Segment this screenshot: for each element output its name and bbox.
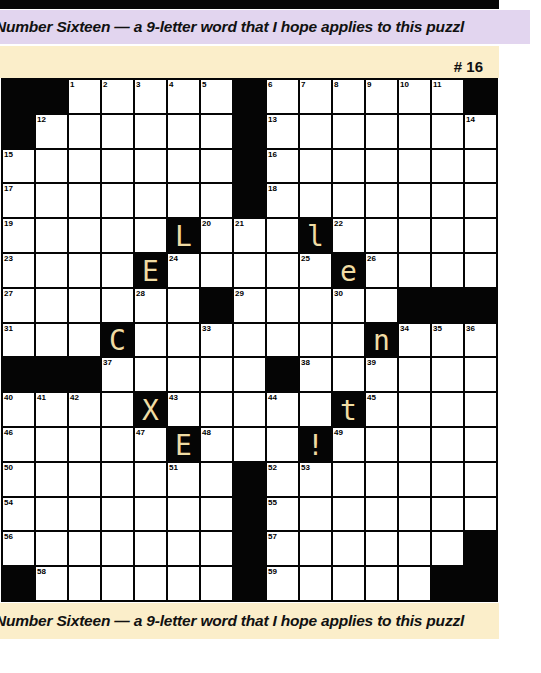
- white-cell[interactable]: [267, 254, 298, 287]
- clue-number: 49: [334, 428, 343, 437]
- black-cell: [465, 80, 496, 113]
- white-cell[interactable]: [399, 498, 430, 531]
- black-cell: [36, 80, 67, 113]
- white-cell[interactable]: 43: [168, 393, 199, 426]
- white-cell[interactable]: 2: [102, 80, 133, 113]
- clue-number: 43: [169, 393, 178, 402]
- white-cell[interactable]: [432, 115, 463, 148]
- white-cell[interactable]: [234, 358, 265, 391]
- white-cell[interactable]: 58: [36, 567, 67, 600]
- black-cell: [465, 532, 496, 565]
- black-cell: [432, 289, 463, 322]
- white-cell[interactable]: [36, 254, 67, 287]
- clue-number: 2: [103, 80, 107, 89]
- white-cell[interactable]: [135, 567, 166, 600]
- white-cell[interactable]: [333, 115, 364, 148]
- clue-number: 12: [37, 115, 46, 124]
- white-cell[interactable]: [300, 115, 331, 148]
- puzzle-title-bottom: Number Sixteen — a 9-letter word that I …: [0, 612, 464, 630]
- clue-number: 17: [4, 184, 13, 193]
- black-cell: [3, 115, 34, 148]
- white-cell[interactable]: [168, 150, 199, 183]
- theme-letter: L: [175, 220, 192, 251]
- black-cell: [201, 289, 232, 322]
- white-cell[interactable]: 17: [3, 184, 34, 217]
- theme-letter: E: [142, 255, 159, 286]
- white-cell[interactable]: [201, 393, 232, 426]
- white-cell[interactable]: [168, 289, 199, 322]
- white-cell[interactable]: [267, 428, 298, 461]
- black-cell: [3, 567, 34, 600]
- clue-number: 21: [235, 219, 244, 228]
- black-cell: [3, 358, 34, 391]
- white-cell[interactable]: [201, 184, 232, 217]
- white-cell[interactable]: 19: [3, 219, 34, 252]
- white-cell[interactable]: [432, 150, 463, 183]
- white-cell[interactable]: [135, 324, 166, 357]
- white-cell[interactable]: [465, 358, 496, 391]
- white-cell[interactable]: 54: [3, 498, 34, 531]
- white-cell[interactable]: [399, 254, 430, 287]
- white-cell[interactable]: 42: [69, 393, 100, 426]
- clue-number: 42: [70, 393, 79, 402]
- clue-number: 15: [4, 150, 13, 159]
- black-cell: [3, 80, 34, 113]
- white-cell[interactable]: [432, 184, 463, 217]
- white-cell[interactable]: [135, 184, 166, 217]
- white-cell[interactable]: [366, 532, 397, 565]
- theme-letter: n: [373, 324, 390, 355]
- white-cell[interactable]: 20: [201, 219, 232, 252]
- white-cell[interactable]: [36, 150, 67, 183]
- white-cell[interactable]: [333, 498, 364, 531]
- clue-number: 24: [169, 254, 178, 263]
- white-cell[interactable]: 57: [267, 532, 298, 565]
- black-cell: [234, 80, 265, 113]
- white-cell[interactable]: [69, 567, 100, 600]
- clue-number: 19: [4, 219, 13, 228]
- clue-number: 27: [4, 289, 13, 298]
- white-cell[interactable]: [366, 428, 397, 461]
- clue-number: 14: [466, 115, 475, 124]
- white-cell[interactable]: 26: [366, 254, 397, 287]
- clue-number: 9: [367, 80, 371, 89]
- white-cell[interactable]: [102, 289, 133, 322]
- title-banner-top: Number Sixteen — a 9-letter word that I …: [0, 10, 530, 44]
- clue-number: 13: [268, 115, 277, 124]
- black-cell: [399, 289, 430, 322]
- crossword-grid[interactable]: 12345678910111213141516171819L2021l2223E…: [1, 78, 498, 602]
- white-cell[interactable]: [168, 184, 199, 217]
- theme-letter: !: [307, 429, 324, 460]
- white-cell[interactable]: 24: [168, 254, 199, 287]
- white-cell[interactable]: [366, 219, 397, 252]
- black-cell: [267, 358, 298, 391]
- puzzle-title-top: Number Sixteen — a 9-letter word that I …: [0, 18, 464, 36]
- white-cell[interactable]: [234, 393, 265, 426]
- white-cell[interactable]: [333, 150, 364, 183]
- white-cell[interactable]: [300, 289, 331, 322]
- black-cell: [36, 358, 67, 391]
- white-cell[interactable]: 15: [3, 150, 34, 183]
- white-cell[interactable]: 49: [333, 428, 364, 461]
- white-cell[interactable]: [69, 150, 100, 183]
- white-cell[interactable]: [201, 498, 232, 531]
- white-cell[interactable]: [399, 532, 430, 565]
- white-cell[interactable]: 36: [465, 324, 496, 357]
- white-cell[interactable]: [399, 393, 430, 426]
- white-cell[interactable]: [36, 219, 67, 252]
- white-cell[interactable]: 37: [102, 358, 133, 391]
- black-cell: [432, 567, 463, 600]
- white-cell[interactable]: [234, 254, 265, 287]
- clue-number: 5: [202, 80, 206, 89]
- clue-number: 31: [4, 324, 13, 333]
- white-cell[interactable]: [201, 532, 232, 565]
- clue-number: 57: [268, 532, 277, 541]
- white-cell[interactable]: [168, 115, 199, 148]
- white-cell[interactable]: [102, 532, 133, 565]
- clue-number: 40: [4, 393, 13, 402]
- theme-letter-cell: t: [333, 393, 364, 426]
- black-cell: [234, 498, 265, 531]
- clue-number: 4: [169, 80, 173, 89]
- white-cell[interactable]: [135, 358, 166, 391]
- white-cell[interactable]: [36, 532, 67, 565]
- white-cell[interactable]: [465, 428, 496, 461]
- white-cell[interactable]: [333, 532, 364, 565]
- white-cell[interactable]: [432, 393, 463, 426]
- theme-letter: t: [340, 394, 357, 425]
- white-cell[interactable]: 10: [399, 80, 430, 113]
- white-cell[interactable]: [102, 498, 133, 531]
- clue-number: 46: [4, 428, 13, 437]
- white-cell[interactable]: [300, 393, 331, 426]
- white-cell[interactable]: [69, 463, 100, 496]
- white-cell[interactable]: [168, 324, 199, 357]
- white-cell[interactable]: [135, 532, 166, 565]
- white-cell[interactable]: 4: [168, 80, 199, 113]
- white-cell[interactable]: [102, 219, 133, 252]
- white-cell[interactable]: [135, 219, 166, 252]
- white-cell[interactable]: [333, 324, 364, 357]
- white-cell[interactable]: [465, 498, 496, 531]
- white-cell[interactable]: [168, 567, 199, 600]
- white-cell[interactable]: [300, 150, 331, 183]
- white-cell[interactable]: [465, 463, 496, 496]
- white-cell[interactable]: [69, 115, 100, 148]
- clue-number: 8: [334, 80, 338, 89]
- white-cell[interactable]: [36, 184, 67, 217]
- white-cell[interactable]: [465, 150, 496, 183]
- white-cell[interactable]: [69, 428, 100, 461]
- clue-number: 11: [433, 80, 441, 89]
- black-cell: [69, 358, 100, 391]
- clue-number: 30: [334, 289, 343, 298]
- white-cell[interactable]: [300, 567, 331, 600]
- white-cell[interactable]: 46: [3, 428, 34, 461]
- white-cell[interactable]: [465, 254, 496, 287]
- clue-number: 22: [334, 219, 343, 228]
- white-cell[interactable]: 29: [234, 289, 265, 322]
- theme-letter-cell: n: [366, 324, 397, 357]
- white-cell[interactable]: [234, 428, 265, 461]
- clue-number: 56: [4, 532, 13, 541]
- white-cell[interactable]: 3: [135, 80, 166, 113]
- white-cell[interactable]: 38: [300, 358, 331, 391]
- white-cell[interactable]: [300, 324, 331, 357]
- theme-letter-cell: L: [168, 219, 199, 252]
- white-cell[interactable]: [300, 532, 331, 565]
- white-cell[interactable]: 59: [267, 567, 298, 600]
- crossword-page: Number Sixteen — a 9-letter word that I …: [0, 0, 541, 673]
- white-cell[interactable]: 35: [432, 324, 463, 357]
- white-cell[interactable]: 21: [234, 219, 265, 252]
- white-cell[interactable]: [102, 115, 133, 148]
- black-cell: [234, 184, 265, 217]
- white-cell[interactable]: [432, 428, 463, 461]
- white-cell[interactable]: [399, 184, 430, 217]
- clue-number: 3: [136, 80, 140, 89]
- white-cell[interactable]: [465, 184, 496, 217]
- theme-letter-cell: !: [300, 428, 331, 461]
- clue-number: 55: [268, 498, 277, 507]
- white-cell[interactable]: [366, 184, 397, 217]
- theme-letter: e: [340, 255, 357, 286]
- white-cell[interactable]: [69, 254, 100, 287]
- white-cell[interactable]: [234, 324, 265, 357]
- white-cell[interactable]: [399, 463, 430, 496]
- white-cell[interactable]: 48: [201, 428, 232, 461]
- black-cell: [234, 567, 265, 600]
- clue-number: 34: [400, 324, 409, 333]
- white-cell[interactable]: [69, 532, 100, 565]
- white-cell[interactable]: [69, 219, 100, 252]
- white-cell[interactable]: [168, 532, 199, 565]
- white-cell[interactable]: [399, 150, 430, 183]
- white-cell[interactable]: [168, 358, 199, 391]
- clue-number: 38: [301, 358, 310, 367]
- white-cell[interactable]: [102, 428, 133, 461]
- clue-number: 48: [202, 428, 211, 437]
- white-cell[interactable]: [102, 567, 133, 600]
- clue-number: 10: [400, 80, 409, 89]
- white-cell[interactable]: [135, 463, 166, 496]
- white-cell[interactable]: [201, 358, 232, 391]
- white-cell[interactable]: [366, 150, 397, 183]
- theme-letter-cell: e: [333, 254, 364, 287]
- white-cell[interactable]: [36, 289, 67, 322]
- white-cell[interactable]: 31: [3, 324, 34, 357]
- white-cell[interactable]: [102, 254, 133, 287]
- clue-number: 28: [136, 289, 145, 298]
- theme-letter-cell: l: [300, 219, 331, 252]
- white-cell[interactable]: 51: [168, 463, 199, 496]
- white-cell[interactable]: [465, 219, 496, 252]
- white-cell[interactable]: [135, 498, 166, 531]
- clue-number: 18: [268, 184, 277, 193]
- white-cell[interactable]: 16: [267, 150, 298, 183]
- white-cell[interactable]: [102, 150, 133, 183]
- clue-number: 58: [37, 567, 46, 576]
- white-cell[interactable]: [399, 428, 430, 461]
- white-cell[interactable]: [201, 254, 232, 287]
- clue-number: 50: [4, 463, 13, 472]
- white-cell[interactable]: [201, 150, 232, 183]
- white-cell[interactable]: [36, 428, 67, 461]
- clue-number: 59: [268, 567, 277, 576]
- white-cell[interactable]: 34: [399, 324, 430, 357]
- white-cell[interactable]: 14: [465, 115, 496, 148]
- white-cell[interactable]: [69, 289, 100, 322]
- theme-letter-cell: X: [135, 393, 166, 426]
- white-cell[interactable]: [366, 463, 397, 496]
- white-cell[interactable]: [366, 498, 397, 531]
- clue-number: 54: [4, 498, 13, 507]
- white-cell[interactable]: [102, 184, 133, 217]
- clue-number: 1: [70, 80, 74, 89]
- white-cell[interactable]: [366, 115, 397, 148]
- theme-letter: X: [142, 394, 159, 425]
- white-cell[interactable]: [399, 115, 430, 148]
- white-cell[interactable]: [432, 532, 463, 565]
- white-cell[interactable]: [69, 184, 100, 217]
- clue-number: 6: [268, 80, 272, 89]
- white-cell[interactable]: 40: [3, 393, 34, 426]
- white-cell[interactable]: 50: [3, 463, 34, 496]
- white-cell[interactable]: 1: [69, 80, 100, 113]
- white-cell[interactable]: [69, 324, 100, 357]
- white-cell[interactable]: 28: [135, 289, 166, 322]
- white-cell[interactable]: [432, 358, 463, 391]
- clue-number: 53: [301, 463, 310, 472]
- white-cell[interactable]: [102, 393, 133, 426]
- clue-number: 29: [235, 289, 244, 298]
- white-cell[interactable]: 9: [366, 80, 397, 113]
- white-cell[interactable]: 27: [3, 289, 34, 322]
- white-cell[interactable]: 18: [267, 184, 298, 217]
- white-cell[interactable]: [432, 254, 463, 287]
- white-cell[interactable]: [267, 324, 298, 357]
- white-cell[interactable]: [333, 184, 364, 217]
- clue-number: 44: [268, 393, 277, 402]
- white-cell[interactable]: [36, 463, 67, 496]
- clue-number: 37: [103, 358, 112, 367]
- clue-number: 51: [169, 463, 178, 472]
- clue-number: 16: [268, 150, 277, 159]
- clue-number: 26: [367, 254, 376, 263]
- clue-number: 47: [136, 428, 145, 437]
- black-cell: [234, 532, 265, 565]
- white-cell[interactable]: 33: [201, 324, 232, 357]
- white-cell[interactable]: [432, 219, 463, 252]
- theme-letter: l: [307, 220, 324, 251]
- white-cell[interactable]: 47: [135, 428, 166, 461]
- clue-number: 41: [37, 393, 46, 402]
- white-cell[interactable]: [366, 289, 397, 322]
- white-cell[interactable]: [36, 324, 67, 357]
- white-cell[interactable]: [267, 219, 298, 252]
- white-cell[interactable]: 25: [300, 254, 331, 287]
- theme-letter-cell: E: [135, 254, 166, 287]
- white-cell[interactable]: 39: [366, 358, 397, 391]
- white-cell[interactable]: [366, 567, 397, 600]
- white-cell[interactable]: [201, 567, 232, 600]
- white-cell[interactable]: [399, 219, 430, 252]
- black-cell: [465, 567, 496, 600]
- black-cell: [234, 150, 265, 183]
- white-cell[interactable]: 53: [300, 463, 331, 496]
- white-cell[interactable]: [333, 358, 364, 391]
- white-cell[interactable]: 8: [333, 80, 364, 113]
- theme-letter-cell: C: [102, 324, 133, 357]
- white-cell[interactable]: 23: [3, 254, 34, 287]
- white-cell[interactable]: 11: [432, 80, 463, 113]
- white-cell[interactable]: 5: [201, 80, 232, 113]
- theme-letter: C: [109, 324, 126, 355]
- white-cell[interactable]: 52: [267, 463, 298, 496]
- white-cell[interactable]: 56: [3, 532, 34, 565]
- header-band: # 16: [0, 46, 499, 78]
- white-cell[interactable]: [201, 463, 232, 496]
- clue-number: 23: [4, 254, 13, 263]
- clue-number: 45: [367, 393, 376, 402]
- white-cell[interactable]: 7: [300, 80, 331, 113]
- white-cell[interactable]: [300, 184, 331, 217]
- white-cell[interactable]: 41: [36, 393, 67, 426]
- white-cell[interactable]: [465, 393, 496, 426]
- clue-number: 25: [301, 254, 310, 263]
- white-cell[interactable]: [333, 567, 364, 600]
- black-cell: [465, 289, 496, 322]
- white-cell[interactable]: [135, 115, 166, 148]
- white-cell[interactable]: [300, 498, 331, 531]
- puzzle-number-label: # 16: [454, 58, 483, 75]
- white-cell[interactable]: [135, 150, 166, 183]
- white-cell[interactable]: 44: [267, 393, 298, 426]
- clue-number: 33: [202, 324, 211, 333]
- white-cell[interactable]: 12: [36, 115, 67, 148]
- clue-number: 20: [202, 219, 211, 228]
- white-cell[interactable]: [399, 567, 430, 600]
- clue-number: 39: [367, 358, 376, 367]
- white-cell[interactable]: [432, 498, 463, 531]
- white-cell[interactable]: [267, 289, 298, 322]
- white-cell[interactable]: [36, 498, 67, 531]
- white-cell[interactable]: 45: [366, 393, 397, 426]
- white-cell[interactable]: [69, 498, 100, 531]
- white-cell[interactable]: [399, 358, 430, 391]
- white-cell[interactable]: 30: [333, 289, 364, 322]
- white-cell[interactable]: 55: [267, 498, 298, 531]
- clue-number: 7: [301, 80, 305, 89]
- theme-letter: E: [175, 429, 192, 460]
- white-cell[interactable]: [432, 463, 463, 496]
- white-cell[interactable]: [168, 498, 199, 531]
- white-cell[interactable]: [102, 463, 133, 496]
- white-cell[interactable]: 6: [267, 80, 298, 113]
- white-cell[interactable]: 22: [333, 219, 364, 252]
- title-banner-bottom: Number Sixteen — a 9-letter word that I …: [0, 603, 499, 639]
- white-cell[interactable]: [201, 115, 232, 148]
- white-cell[interactable]: 13: [267, 115, 298, 148]
- black-cell: [234, 463, 265, 496]
- black-cell: [234, 115, 265, 148]
- top-black-bar: [0, 0, 499, 9]
- clue-number: 35: [433, 324, 442, 333]
- white-cell[interactable]: [333, 463, 364, 496]
- clue-number: 36: [466, 324, 475, 333]
